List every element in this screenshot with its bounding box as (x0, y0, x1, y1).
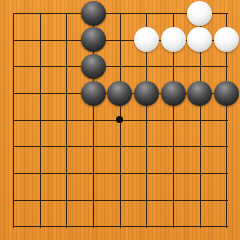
go-board[interactable] (0, 0, 240, 240)
black-stone (81, 54, 106, 79)
white-stone (161, 27, 186, 52)
black-stone (214, 81, 239, 106)
white-stone (187, 1, 212, 26)
white-stone (214, 27, 239, 52)
white-stone (187, 27, 212, 52)
black-stone (107, 81, 132, 106)
black-stone (161, 81, 186, 106)
white-stone (134, 27, 159, 52)
black-stone (81, 27, 106, 52)
black-stone (187, 81, 212, 106)
black-stone (134, 81, 159, 106)
stones-layer (0, 0, 240, 240)
black-stone (81, 81, 106, 106)
black-stone (81, 1, 106, 26)
